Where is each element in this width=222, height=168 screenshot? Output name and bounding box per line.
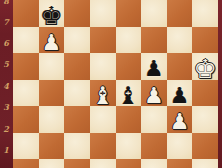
chess-board: ♚♟♟♚♝♝♟♟♟ <box>13 0 218 168</box>
square-h4[interactable] <box>192 106 218 133</box>
square-c4[interactable] <box>64 106 90 133</box>
square-g3[interactable] <box>167 133 193 160</box>
black-pawn: ♟ <box>170 85 190 107</box>
square-f3[interactable] <box>141 133 167 160</box>
square-d5[interactable]: ♝ <box>90 80 116 107</box>
square-d6[interactable] <box>90 53 116 80</box>
square-b8[interactable]: ♚ <box>39 0 65 27</box>
square-b5[interactable] <box>39 80 65 107</box>
square-d7[interactable] <box>90 27 116 54</box>
rank-label-4: 4 <box>0 81 12 91</box>
square-g5[interactable]: ♟ <box>167 80 193 107</box>
rank-label-8: 8 <box>0 0 12 6</box>
square-c3[interactable] <box>64 133 90 160</box>
rank-label-3: 3 <box>0 102 12 112</box>
square-f4[interactable] <box>141 106 167 133</box>
white-pawn: ♟ <box>144 85 164 107</box>
white-king: ♚ <box>194 56 217 82</box>
square-f8[interactable] <box>141 0 167 27</box>
rank-label-1: 1 <box>0 145 12 155</box>
square-c7[interactable] <box>64 27 90 54</box>
square-b6[interactable] <box>39 53 65 80</box>
square-g7[interactable] <box>167 27 193 54</box>
square-f7[interactable] <box>141 27 167 54</box>
square-f2[interactable] <box>141 159 167 168</box>
square-e2[interactable] <box>116 159 142 168</box>
square-g2[interactable] <box>167 159 193 168</box>
square-g8[interactable] <box>167 0 193 27</box>
square-a3[interactable] <box>13 133 39 160</box>
square-d3[interactable] <box>90 133 116 160</box>
square-h6[interactable]: ♚ <box>192 53 218 80</box>
white-pawn: ♟ <box>42 32 62 54</box>
black-king: ♚ <box>40 3 63 29</box>
square-e3[interactable] <box>116 133 142 160</box>
square-a6[interactable] <box>13 53 39 80</box>
rank-label-5: 5 <box>0 59 12 69</box>
square-c8[interactable] <box>64 0 90 27</box>
square-h2[interactable] <box>192 159 218 168</box>
square-h3[interactable] <box>192 133 218 160</box>
square-b3[interactable] <box>39 133 65 160</box>
square-b2[interactable] <box>39 159 65 168</box>
square-d8[interactable] <box>90 0 116 27</box>
black-bishop: ♝ <box>118 84 140 108</box>
rank-label-7: 7 <box>0 17 12 27</box>
square-h7[interactable] <box>192 27 218 54</box>
square-g4[interactable]: ♟ <box>167 106 193 133</box>
square-a4[interactable] <box>13 106 39 133</box>
square-f6[interactable]: ♟ <box>141 53 167 80</box>
square-a8[interactable] <box>13 0 39 27</box>
square-f5[interactable]: ♟ <box>141 80 167 107</box>
square-c5[interactable] <box>64 80 90 107</box>
square-e4[interactable] <box>116 106 142 133</box>
square-a2[interactable] <box>13 159 39 168</box>
square-g6[interactable] <box>167 53 193 80</box>
square-d2[interactable] <box>90 159 116 168</box>
rank-label-6: 6 <box>0 38 12 48</box>
black-pawn: ♟ <box>144 58 164 80</box>
square-e6[interactable] <box>116 53 142 80</box>
square-e5[interactable]: ♝ <box>116 80 142 107</box>
board-right-border <box>218 0 222 168</box>
square-e8[interactable] <box>116 0 142 27</box>
square-a7[interactable] <box>13 27 39 54</box>
white-pawn: ♟ <box>170 111 190 133</box>
square-b7[interactable]: ♟ <box>39 27 65 54</box>
square-h8[interactable] <box>192 0 218 27</box>
square-c2[interactable] <box>64 159 90 168</box>
square-e7[interactable] <box>116 27 142 54</box>
square-b4[interactable] <box>39 106 65 133</box>
square-c6[interactable] <box>64 53 90 80</box>
rank-label-2: 2 <box>0 124 12 134</box>
square-a5[interactable] <box>13 80 39 107</box>
white-bishop: ♝ <box>92 84 114 108</box>
chess-diagram: ♚♟♟♚♝♝♟♟♟ 87654321 <box>0 0 222 168</box>
square-d4[interactable] <box>90 106 116 133</box>
